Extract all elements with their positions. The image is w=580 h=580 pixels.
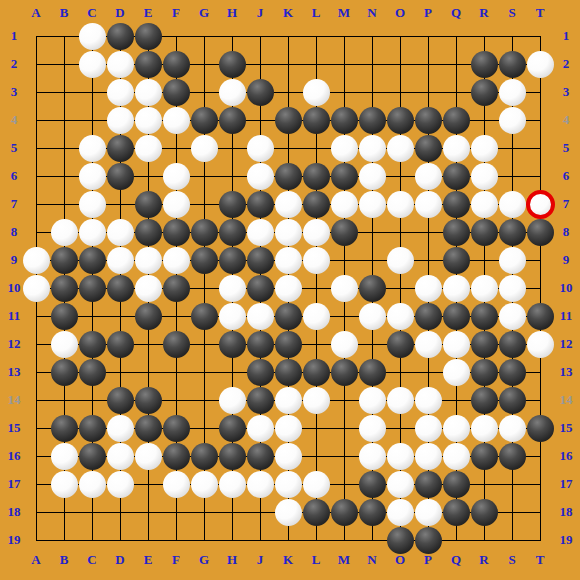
stone-white-J11 bbox=[247, 303, 274, 330]
stone-black-T11 bbox=[527, 303, 554, 330]
stone-black-L13 bbox=[303, 359, 330, 386]
stone-white-T2 bbox=[527, 51, 554, 78]
stone-white-N11 bbox=[359, 303, 386, 330]
stone-white-J17 bbox=[247, 471, 274, 498]
stone-black-J14 bbox=[247, 387, 274, 414]
stone-white-T12 bbox=[527, 331, 554, 358]
stone-white-G5 bbox=[191, 135, 218, 162]
stone-white-Q12 bbox=[443, 331, 470, 358]
coord-number-left-16: 16 bbox=[0, 449, 28, 463]
stone-white-D4 bbox=[107, 107, 134, 134]
stone-white-R7 bbox=[471, 191, 498, 218]
coord-number-left-12: 12 bbox=[0, 337, 28, 351]
stone-black-F8 bbox=[163, 219, 190, 246]
coord-letter-top-R: R bbox=[470, 6, 498, 20]
stone-white-C2 bbox=[79, 51, 106, 78]
stone-white-O18 bbox=[387, 499, 414, 526]
coord-letter-bottom-Q: Q bbox=[442, 553, 470, 567]
stone-black-F10 bbox=[163, 275, 190, 302]
coord-number-right-16: 16 bbox=[552, 449, 580, 463]
coord-letter-top-E: E bbox=[134, 6, 162, 20]
coord-letter-top-G: G bbox=[190, 6, 218, 20]
stone-black-L7 bbox=[303, 191, 330, 218]
coord-number-right-2: 2 bbox=[552, 57, 580, 71]
coord-number-left-2: 2 bbox=[0, 57, 28, 71]
stone-black-B10 bbox=[51, 275, 78, 302]
stone-white-P10 bbox=[415, 275, 442, 302]
stone-black-L4 bbox=[303, 107, 330, 134]
stone-black-R18 bbox=[471, 499, 498, 526]
stone-white-Q13 bbox=[443, 359, 470, 386]
stone-white-H11 bbox=[219, 303, 246, 330]
stone-white-M12 bbox=[331, 331, 358, 358]
coord-letter-top-C: C bbox=[78, 6, 106, 20]
stone-black-H2 bbox=[219, 51, 246, 78]
stone-white-M10 bbox=[331, 275, 358, 302]
stone-white-O11 bbox=[387, 303, 414, 330]
stone-black-Q11 bbox=[443, 303, 470, 330]
stone-white-C6 bbox=[79, 163, 106, 190]
coord-number-right-8: 8 bbox=[552, 225, 580, 239]
coord-number-right-15: 15 bbox=[552, 421, 580, 435]
stone-white-J6 bbox=[247, 163, 274, 190]
stone-black-K11 bbox=[275, 303, 302, 330]
stone-black-G4 bbox=[191, 107, 218, 134]
stone-black-H16 bbox=[219, 443, 246, 470]
stone-black-N18 bbox=[359, 499, 386, 526]
coord-letter-bottom-R: R bbox=[470, 553, 498, 567]
stone-black-S12 bbox=[499, 331, 526, 358]
coord-letter-bottom-A: A bbox=[22, 553, 50, 567]
stone-black-P17 bbox=[415, 471, 442, 498]
stone-white-N5 bbox=[359, 135, 386, 162]
stone-black-D1 bbox=[107, 23, 134, 50]
coord-letter-bottom-E: E bbox=[134, 553, 162, 567]
stone-white-H17 bbox=[219, 471, 246, 498]
coord-number-left-5: 5 bbox=[0, 141, 28, 155]
stone-black-L18 bbox=[303, 499, 330, 526]
stone-white-D16 bbox=[107, 443, 134, 470]
stone-white-R10 bbox=[471, 275, 498, 302]
stone-black-H4 bbox=[219, 107, 246, 134]
coord-letter-bottom-C: C bbox=[78, 553, 106, 567]
stone-black-K13 bbox=[275, 359, 302, 386]
stone-white-J15 bbox=[247, 415, 274, 442]
stone-black-B15 bbox=[51, 415, 78, 442]
stone-black-P5 bbox=[415, 135, 442, 162]
coord-letter-top-K: K bbox=[274, 6, 302, 20]
stone-black-E11 bbox=[135, 303, 162, 330]
stone-black-D12 bbox=[107, 331, 134, 358]
stone-black-H9 bbox=[219, 247, 246, 274]
stone-black-S14 bbox=[499, 387, 526, 414]
stone-black-J13 bbox=[247, 359, 274, 386]
stone-white-E5 bbox=[135, 135, 162, 162]
coord-number-left-17: 17 bbox=[0, 477, 28, 491]
coord-letter-top-H: H bbox=[218, 6, 246, 20]
stone-black-P11 bbox=[415, 303, 442, 330]
stone-black-N10 bbox=[359, 275, 386, 302]
coord-letter-bottom-S: S bbox=[498, 553, 526, 567]
stone-white-J5 bbox=[247, 135, 274, 162]
stone-black-N13 bbox=[359, 359, 386, 386]
stone-white-R6 bbox=[471, 163, 498, 190]
stone-black-S16 bbox=[499, 443, 526, 470]
stone-black-Q8 bbox=[443, 219, 470, 246]
coord-letter-top-F: F bbox=[162, 6, 190, 20]
stone-white-O16 bbox=[387, 443, 414, 470]
stone-black-P19 bbox=[415, 527, 442, 554]
stone-black-R16 bbox=[471, 443, 498, 470]
stone-black-Q4 bbox=[443, 107, 470, 134]
coord-letter-bottom-K: K bbox=[274, 553, 302, 567]
coord-number-right-9: 9 bbox=[552, 253, 580, 267]
stone-black-N17 bbox=[359, 471, 386, 498]
stone-black-K4 bbox=[275, 107, 302, 134]
stone-black-C12 bbox=[79, 331, 106, 358]
stone-white-Q16 bbox=[443, 443, 470, 470]
stone-white-P15 bbox=[415, 415, 442, 442]
stone-black-N4 bbox=[359, 107, 386, 134]
stone-black-Q17 bbox=[443, 471, 470, 498]
coord-letter-top-D: D bbox=[106, 6, 134, 20]
stone-white-D2 bbox=[107, 51, 134, 78]
stone-white-N6 bbox=[359, 163, 386, 190]
stone-white-L8 bbox=[303, 219, 330, 246]
stone-white-Q15 bbox=[443, 415, 470, 442]
coord-letter-top-Q: Q bbox=[442, 6, 470, 20]
stone-black-G9 bbox=[191, 247, 218, 274]
coord-letter-top-N: N bbox=[358, 6, 386, 20]
stone-white-M7 bbox=[331, 191, 358, 218]
stone-white-N7 bbox=[359, 191, 386, 218]
stone-white-B16 bbox=[51, 443, 78, 470]
coord-letter-bottom-H: H bbox=[218, 553, 246, 567]
stone-white-O7 bbox=[387, 191, 414, 218]
stone-white-L11 bbox=[303, 303, 330, 330]
coord-number-left-14: 14 bbox=[0, 393, 28, 407]
coord-letter-bottom-B: B bbox=[50, 553, 78, 567]
coord-number-right-6: 6 bbox=[552, 169, 580, 183]
stone-black-H7 bbox=[219, 191, 246, 218]
stone-white-C1 bbox=[79, 23, 106, 50]
coord-number-left-13: 13 bbox=[0, 365, 28, 379]
stone-white-M5 bbox=[331, 135, 358, 162]
coord-number-left-6: 6 bbox=[0, 169, 28, 183]
stone-black-L6 bbox=[303, 163, 330, 190]
stone-black-D10 bbox=[107, 275, 134, 302]
stone-white-K10 bbox=[275, 275, 302, 302]
stone-black-R11 bbox=[471, 303, 498, 330]
coord-number-right-13: 13 bbox=[552, 365, 580, 379]
stone-white-S4 bbox=[499, 107, 526, 134]
coord-letter-bottom-D: D bbox=[106, 553, 134, 567]
stone-black-J10 bbox=[247, 275, 274, 302]
stone-white-F6 bbox=[163, 163, 190, 190]
stone-black-H15 bbox=[219, 415, 246, 442]
stone-white-E10 bbox=[135, 275, 162, 302]
coord-number-right-3: 3 bbox=[552, 85, 580, 99]
stone-white-F9 bbox=[163, 247, 190, 274]
stone-black-S13 bbox=[499, 359, 526, 386]
stone-white-E9 bbox=[135, 247, 162, 274]
stone-black-F3 bbox=[163, 79, 190, 106]
stone-black-J12 bbox=[247, 331, 274, 358]
coord-letter-top-P: P bbox=[414, 6, 442, 20]
stone-white-E3 bbox=[135, 79, 162, 106]
stone-white-B8 bbox=[51, 219, 78, 246]
coord-letter-bottom-N: N bbox=[358, 553, 386, 567]
stone-white-F7 bbox=[163, 191, 190, 218]
stone-black-M8 bbox=[331, 219, 358, 246]
coord-number-right-11: 11 bbox=[552, 309, 580, 323]
stone-black-R14 bbox=[471, 387, 498, 414]
stone-white-K16 bbox=[275, 443, 302, 470]
stone-black-B11 bbox=[51, 303, 78, 330]
coord-number-right-14: 14 bbox=[552, 393, 580, 407]
stone-white-O14 bbox=[387, 387, 414, 414]
stone-black-Q18 bbox=[443, 499, 470, 526]
stone-black-F2 bbox=[163, 51, 190, 78]
coord-letter-top-L: L bbox=[302, 6, 330, 20]
coord-letter-top-S: S bbox=[498, 6, 526, 20]
stone-white-D15 bbox=[107, 415, 134, 442]
stone-black-B13 bbox=[51, 359, 78, 386]
stone-black-F15 bbox=[163, 415, 190, 442]
stone-white-A10 bbox=[23, 275, 50, 302]
stone-white-A9 bbox=[23, 247, 50, 274]
stone-white-P12 bbox=[415, 331, 442, 358]
last-move-marker-ring bbox=[526, 190, 555, 219]
stone-white-P6 bbox=[415, 163, 442, 190]
stone-black-S8 bbox=[499, 219, 526, 246]
stone-white-K7 bbox=[275, 191, 302, 218]
stone-white-L3 bbox=[303, 79, 330, 106]
stone-white-O17 bbox=[387, 471, 414, 498]
stone-white-S15 bbox=[499, 415, 526, 442]
coord-number-right-18: 18 bbox=[552, 505, 580, 519]
stone-white-S11 bbox=[499, 303, 526, 330]
stone-black-E14 bbox=[135, 387, 162, 414]
stone-black-E7 bbox=[135, 191, 162, 218]
stone-white-L9 bbox=[303, 247, 330, 274]
stone-white-S7 bbox=[499, 191, 526, 218]
stone-white-D17 bbox=[107, 471, 134, 498]
stone-black-C15 bbox=[79, 415, 106, 442]
coord-letter-bottom-G: G bbox=[190, 553, 218, 567]
stone-black-B9 bbox=[51, 247, 78, 274]
stone-black-E1 bbox=[135, 23, 162, 50]
stone-white-E16 bbox=[135, 443, 162, 470]
coord-letter-top-B: B bbox=[50, 6, 78, 20]
coord-number-left-8: 8 bbox=[0, 225, 28, 239]
stone-black-E15 bbox=[135, 415, 162, 442]
go-board[interactable]: AABBCCDDEEFFGGHHJJKKLLMMNNOOPPQQRRSSTT11… bbox=[0, 0, 580, 580]
stone-black-O19 bbox=[387, 527, 414, 554]
stone-black-M13 bbox=[331, 359, 358, 386]
coord-number-left-1: 1 bbox=[0, 29, 28, 43]
stone-white-H3 bbox=[219, 79, 246, 106]
stone-white-G17 bbox=[191, 471, 218, 498]
stone-white-P16 bbox=[415, 443, 442, 470]
stone-white-C8 bbox=[79, 219, 106, 246]
stone-white-L14 bbox=[303, 387, 330, 414]
stone-black-R13 bbox=[471, 359, 498, 386]
stone-white-K14 bbox=[275, 387, 302, 414]
stone-white-K15 bbox=[275, 415, 302, 442]
stone-white-K9 bbox=[275, 247, 302, 274]
stone-black-S2 bbox=[499, 51, 526, 78]
stone-black-R3 bbox=[471, 79, 498, 106]
coord-letter-bottom-F: F bbox=[162, 553, 190, 567]
stone-black-G11 bbox=[191, 303, 218, 330]
stone-white-N14 bbox=[359, 387, 386, 414]
stone-black-F16 bbox=[163, 443, 190, 470]
stone-white-P18 bbox=[415, 499, 442, 526]
stone-black-P4 bbox=[415, 107, 442, 134]
coord-number-left-18: 18 bbox=[0, 505, 28, 519]
stone-white-F4 bbox=[163, 107, 190, 134]
stone-black-R2 bbox=[471, 51, 498, 78]
stone-black-C13 bbox=[79, 359, 106, 386]
stone-white-R5 bbox=[471, 135, 498, 162]
stone-black-J9 bbox=[247, 247, 274, 274]
stone-black-K12 bbox=[275, 331, 302, 358]
stone-black-D5 bbox=[107, 135, 134, 162]
coord-number-left-11: 11 bbox=[0, 309, 28, 323]
coord-number-left-19: 19 bbox=[0, 533, 28, 547]
coord-number-right-17: 17 bbox=[552, 477, 580, 491]
stone-black-E8 bbox=[135, 219, 162, 246]
coord-letter-top-M: M bbox=[330, 6, 358, 20]
stone-black-K6 bbox=[275, 163, 302, 190]
stone-white-K17 bbox=[275, 471, 302, 498]
stone-black-R8 bbox=[471, 219, 498, 246]
coord-number-right-5: 5 bbox=[552, 141, 580, 155]
stone-white-S10 bbox=[499, 275, 526, 302]
stone-black-H8 bbox=[219, 219, 246, 246]
coord-letter-bottom-L: L bbox=[302, 553, 330, 567]
stone-white-L17 bbox=[303, 471, 330, 498]
stone-white-D3 bbox=[107, 79, 134, 106]
stone-white-N15 bbox=[359, 415, 386, 442]
stone-white-C17 bbox=[79, 471, 106, 498]
stone-black-H12 bbox=[219, 331, 246, 358]
coord-number-left-4: 4 bbox=[0, 113, 28, 127]
stone-white-P14 bbox=[415, 387, 442, 414]
stone-white-C7 bbox=[79, 191, 106, 218]
stone-white-J8 bbox=[247, 219, 274, 246]
coord-letter-bottom-P: P bbox=[414, 553, 442, 567]
stone-black-Q9 bbox=[443, 247, 470, 274]
stone-white-O5 bbox=[387, 135, 414, 162]
coord-number-right-12: 12 bbox=[552, 337, 580, 351]
stone-white-Q5 bbox=[443, 135, 470, 162]
stone-black-G8 bbox=[191, 219, 218, 246]
coord-number-right-10: 10 bbox=[552, 281, 580, 295]
coord-number-left-7: 7 bbox=[0, 197, 28, 211]
stone-black-Q7 bbox=[443, 191, 470, 218]
stone-black-F12 bbox=[163, 331, 190, 358]
coord-number-right-1: 1 bbox=[552, 29, 580, 43]
stone-white-O9 bbox=[387, 247, 414, 274]
coord-letter-bottom-T: T bbox=[526, 553, 554, 567]
stone-black-M18 bbox=[331, 499, 358, 526]
stone-black-C10 bbox=[79, 275, 106, 302]
stone-black-J3 bbox=[247, 79, 274, 106]
stone-white-N16 bbox=[359, 443, 386, 470]
stone-white-S9 bbox=[499, 247, 526, 274]
stone-black-D6 bbox=[107, 163, 134, 190]
stone-white-D8 bbox=[107, 219, 134, 246]
coord-letter-bottom-M: M bbox=[330, 553, 358, 567]
stone-black-J16 bbox=[247, 443, 274, 470]
grid-hline bbox=[36, 540, 541, 541]
stone-white-R15 bbox=[471, 415, 498, 442]
stone-black-G16 bbox=[191, 443, 218, 470]
coord-number-left-3: 3 bbox=[0, 85, 28, 99]
coord-letter-top-T: T bbox=[526, 6, 554, 20]
stone-black-D14 bbox=[107, 387, 134, 414]
stone-black-O4 bbox=[387, 107, 414, 134]
stone-white-F17 bbox=[163, 471, 190, 498]
coord-number-right-7: 7 bbox=[552, 197, 580, 211]
stone-white-K18 bbox=[275, 499, 302, 526]
stone-black-E2 bbox=[135, 51, 162, 78]
coord-letter-bottom-J: J bbox=[246, 553, 274, 567]
coord-letter-top-A: A bbox=[22, 6, 50, 20]
stone-white-D9 bbox=[107, 247, 134, 274]
stone-black-M4 bbox=[331, 107, 358, 134]
stone-white-B17 bbox=[51, 471, 78, 498]
stone-black-T15 bbox=[527, 415, 554, 442]
stone-black-J7 bbox=[247, 191, 274, 218]
stone-white-H14 bbox=[219, 387, 246, 414]
stone-black-C16 bbox=[79, 443, 106, 470]
stone-black-T8 bbox=[527, 219, 554, 246]
stone-white-K8 bbox=[275, 219, 302, 246]
stone-white-E4 bbox=[135, 107, 162, 134]
coord-number-left-15: 15 bbox=[0, 421, 28, 435]
stone-white-C5 bbox=[79, 135, 106, 162]
stone-white-H10 bbox=[219, 275, 246, 302]
stone-black-R12 bbox=[471, 331, 498, 358]
coord-letter-top-J: J bbox=[246, 6, 274, 20]
stone-black-O12 bbox=[387, 331, 414, 358]
stone-white-B12 bbox=[51, 331, 78, 358]
coord-letter-bottom-O: O bbox=[386, 553, 414, 567]
stone-black-Q6 bbox=[443, 163, 470, 190]
stone-white-P7 bbox=[415, 191, 442, 218]
coord-letter-top-O: O bbox=[386, 6, 414, 20]
coord-number-right-19: 19 bbox=[552, 533, 580, 547]
coord-number-right-4: 4 bbox=[552, 113, 580, 127]
grid-vline bbox=[540, 36, 541, 541]
stone-white-Q10 bbox=[443, 275, 470, 302]
stone-black-M6 bbox=[331, 163, 358, 190]
stone-black-C9 bbox=[79, 247, 106, 274]
stone-white-S3 bbox=[499, 79, 526, 106]
